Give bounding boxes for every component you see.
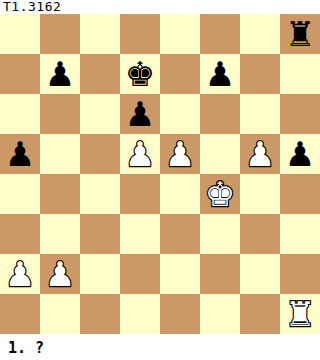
- square-h2[interactable]: [280, 254, 320, 294]
- square-f6[interactable]: [200, 94, 240, 134]
- square-b5[interactable]: [40, 134, 80, 174]
- square-e4[interactable]: [160, 174, 200, 214]
- square-d5[interactable]: ♟: [120, 134, 160, 174]
- square-a4[interactable]: [0, 174, 40, 214]
- square-f1[interactable]: [200, 294, 240, 334]
- square-e2[interactable]: [160, 254, 200, 294]
- square-b3[interactable]: [40, 214, 80, 254]
- square-b1[interactable]: [40, 294, 80, 334]
- white-pawn: ♟: [5, 254, 35, 294]
- square-a3[interactable]: [0, 214, 40, 254]
- square-a6[interactable]: [0, 94, 40, 134]
- square-e8[interactable]: [160, 14, 200, 54]
- square-c1[interactable]: [80, 294, 120, 334]
- move-prompt: 1. ?: [8, 339, 320, 357]
- square-g7[interactable]: [240, 54, 280, 94]
- square-e5[interactable]: ♟: [160, 134, 200, 174]
- square-g4[interactable]: [240, 174, 280, 214]
- black-pawn: ♟: [205, 54, 235, 94]
- black-pawn: ♟: [45, 54, 75, 94]
- white-rook: ♜: [285, 294, 315, 334]
- square-e7[interactable]: [160, 54, 200, 94]
- black-pawn: ♟: [5, 134, 35, 174]
- square-d7[interactable]: ♚: [120, 54, 160, 94]
- square-g5[interactable]: ♟: [240, 134, 280, 174]
- square-h5[interactable]: ♟: [280, 134, 320, 174]
- square-c3[interactable]: [80, 214, 120, 254]
- square-e1[interactable]: [160, 294, 200, 334]
- chess-board: ♜♟♚♟♟♟♟♟♟♟♚♟♟♜: [0, 14, 320, 334]
- square-c4[interactable]: [80, 174, 120, 214]
- square-g6[interactable]: [240, 94, 280, 134]
- square-d2[interactable]: [120, 254, 160, 294]
- square-d8[interactable]: [120, 14, 160, 54]
- white-pawn: ♟: [165, 134, 195, 174]
- diagram-title: T1.3162: [0, 0, 320, 14]
- white-pawn: ♟: [245, 134, 275, 174]
- square-c5[interactable]: [80, 134, 120, 174]
- square-b4[interactable]: [40, 174, 80, 214]
- square-a5[interactable]: ♟: [0, 134, 40, 174]
- black-king: ♚: [125, 54, 155, 94]
- square-g1[interactable]: [240, 294, 280, 334]
- square-b7[interactable]: ♟: [40, 54, 80, 94]
- square-h1[interactable]: ♜: [280, 294, 320, 334]
- square-c6[interactable]: [80, 94, 120, 134]
- black-rook: ♜: [285, 14, 315, 54]
- square-c2[interactable]: [80, 254, 120, 294]
- square-a7[interactable]: [0, 54, 40, 94]
- black-pawn: ♟: [125, 94, 155, 134]
- square-c8[interactable]: [80, 14, 120, 54]
- square-e6[interactable]: [160, 94, 200, 134]
- square-g3[interactable]: [240, 214, 280, 254]
- square-f8[interactable]: [200, 14, 240, 54]
- square-g2[interactable]: [240, 254, 280, 294]
- white-pawn: ♟: [45, 254, 75, 294]
- square-b8[interactable]: [40, 14, 80, 54]
- square-f3[interactable]: [200, 214, 240, 254]
- square-h3[interactable]: [280, 214, 320, 254]
- square-b6[interactable]: [40, 94, 80, 134]
- square-a1[interactable]: [0, 294, 40, 334]
- white-pawn: ♟: [125, 134, 155, 174]
- square-d1[interactable]: [120, 294, 160, 334]
- square-f5[interactable]: [200, 134, 240, 174]
- square-f7[interactable]: ♟: [200, 54, 240, 94]
- square-f4[interactable]: ♚: [200, 174, 240, 214]
- square-d3[interactable]: [120, 214, 160, 254]
- square-h4[interactable]: [280, 174, 320, 214]
- square-e3[interactable]: [160, 214, 200, 254]
- square-h7[interactable]: [280, 54, 320, 94]
- black-pawn: ♟: [285, 134, 315, 174]
- square-h6[interactable]: [280, 94, 320, 134]
- square-f2[interactable]: [200, 254, 240, 294]
- square-b2[interactable]: ♟: [40, 254, 80, 294]
- white-king: ♚: [205, 174, 235, 214]
- square-h8[interactable]: ♜: [280, 14, 320, 54]
- square-a2[interactable]: ♟: [0, 254, 40, 294]
- square-c7[interactable]: [80, 54, 120, 94]
- square-g8[interactable]: [240, 14, 280, 54]
- square-d6[interactable]: ♟: [120, 94, 160, 134]
- square-d4[interactable]: [120, 174, 160, 214]
- square-a8[interactable]: [0, 14, 40, 54]
